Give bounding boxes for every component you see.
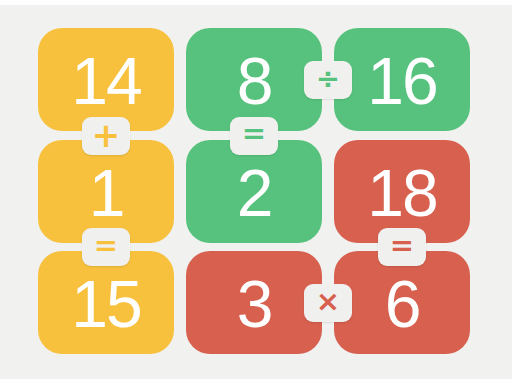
operator-plus-badge: + bbox=[82, 117, 130, 155]
tile-value: 18 bbox=[367, 160, 436, 226]
operator-equals-badge: = bbox=[378, 228, 426, 266]
operator-multiply-badge: × bbox=[304, 284, 352, 322]
tile-value: 15 bbox=[71, 271, 140, 337]
tile-value: 14 bbox=[71, 48, 140, 114]
tile-r2c2[interactable]: 2 bbox=[186, 140, 322, 243]
operator-equals-badge: = bbox=[230, 117, 278, 155]
multiply-icon: × bbox=[316, 287, 340, 316]
tile-r3c3[interactable]: 6 bbox=[334, 251, 470, 354]
operator-equals-badge: = bbox=[82, 228, 130, 266]
tile-r3c1[interactable]: 15 bbox=[38, 251, 174, 354]
equals-icon: = bbox=[94, 231, 118, 260]
equals-icon: = bbox=[390, 231, 414, 260]
equals-icon: = bbox=[242, 119, 266, 148]
tile-value: 16 bbox=[367, 48, 436, 114]
operator-divide-badge: ÷ bbox=[304, 61, 352, 99]
tile-r3c2[interactable]: 3 bbox=[186, 251, 322, 354]
game-screen: 1481612181536+=÷==× bbox=[0, 0, 512, 384]
letterbox-bottom bbox=[0, 379, 512, 384]
tile-value: 8 bbox=[237, 48, 272, 114]
plus-icon: + bbox=[92, 118, 121, 152]
letterbox-top bbox=[0, 0, 512, 5]
tile-value: 6 bbox=[385, 271, 420, 337]
divide-icon: ÷ bbox=[316, 64, 340, 93]
tile-value: 3 bbox=[237, 271, 272, 337]
tile-value: 1 bbox=[89, 160, 124, 226]
tile-value: 2 bbox=[237, 160, 272, 226]
tile-r1c3[interactable]: 16 bbox=[334, 28, 470, 131]
